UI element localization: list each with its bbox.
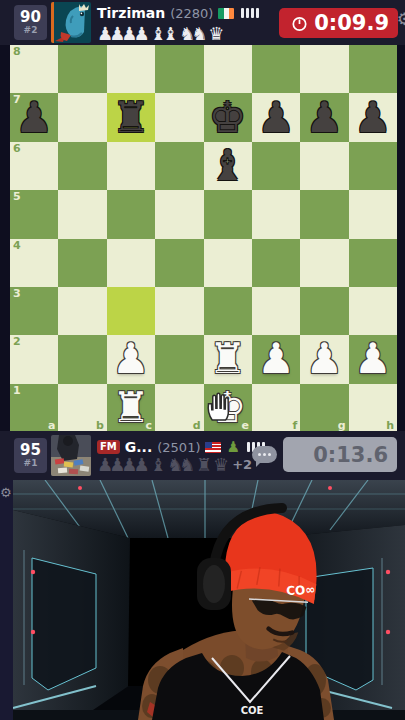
piece-wR-c1[interactable]: ♜ [112, 387, 150, 429]
top-player-rating: (2280) [170, 6, 213, 21]
top-player-clock: 0:09.9 [279, 8, 398, 38]
square-a3[interactable]: 3 [10, 287, 58, 335]
square-e5[interactable] [204, 190, 252, 238]
square-b7[interactable] [58, 93, 106, 141]
square-a4[interactable]: 4 [10, 239, 58, 287]
square-h3[interactable] [349, 287, 397, 335]
square-c2[interactable]: ♟ [107, 335, 155, 383]
piece-bP-f7[interactable]: ♟ [257, 97, 295, 139]
square-e3[interactable] [204, 287, 252, 335]
captured-pieces-by-white: ♟♟♟♟ ♝ ♞♞ ♜ ♛ [97, 454, 225, 475]
square-f6[interactable] [252, 142, 300, 190]
square-g1[interactable]: g [300, 384, 348, 432]
fish-avatar-image [51, 2, 91, 43]
square-f1[interactable]: f [252, 384, 300, 432]
bottom-player-name[interactable]: G... [125, 439, 152, 455]
file-label-a: a [48, 420, 55, 431]
square-a5[interactable]: 5 [10, 190, 58, 238]
square-c1[interactable]: c♜ [107, 384, 155, 432]
piece-wP-f2[interactable]: ♟ [257, 338, 295, 380]
usa-flag-icon [205, 442, 221, 453]
piece-bR-c7[interactable]: ♜ [112, 97, 150, 139]
bottom-player-avatar[interactable] [51, 435, 91, 476]
photo-avatar-image [51, 435, 91, 476]
square-h1[interactable]: h [349, 384, 397, 432]
pendant-text: COE [241, 705, 264, 716]
rank-label-3: 3 [13, 288, 21, 299]
square-c6[interactable] [107, 142, 155, 190]
rank-label-7: 7 [13, 94, 21, 105]
beanie-logo: CO∞ [286, 583, 316, 598]
piece-wR-e2[interactable]: ♜ [209, 338, 247, 380]
top-score: 90 [20, 10, 41, 25]
piece-bP-a7[interactable]: ♟ [15, 97, 53, 139]
top-score-box: 90 #2 [14, 5, 47, 40]
chess-board[interactable]: 87♟♜♚♟♟♟6♝5432♟♜♟♟♟1abc♜de♚fgh [10, 45, 397, 432]
file-label-e: e [241, 420, 248, 431]
piece-bK-e7[interactable]: ♚ [209, 97, 247, 139]
square-d6[interactable] [155, 142, 203, 190]
square-e8[interactable] [204, 45, 252, 93]
top-clock-time: 0:09.9 [314, 11, 389, 35]
bottom-rank: #1 [24, 459, 38, 468]
square-h7[interactable]: ♟ [349, 93, 397, 141]
square-e2[interactable]: ♜ [204, 335, 252, 383]
square-g3[interactable] [300, 287, 348, 335]
piece-bP-g7[interactable]: ♟ [306, 97, 344, 139]
bottom-player-clock: 0:13.6 [283, 437, 397, 472]
piece-wP-g2[interactable]: ♟ [306, 338, 344, 380]
ireland-flag-icon [218, 8, 234, 19]
square-g6[interactable] [300, 142, 348, 190]
bottom-player-bar: 95 #1 FM G... (2501) ♟ [0, 431, 405, 480]
square-f7[interactable]: ♟ [252, 93, 300, 141]
app-screen: 90 #2 Tirziman (2280) [0, 0, 405, 720]
file-label-d: d [193, 420, 201, 431]
bottom-clock-time: 0:13.6 [313, 443, 388, 467]
square-h2[interactable]: ♟ [349, 335, 397, 383]
low-time-icon [291, 15, 308, 32]
square-f3[interactable] [252, 287, 300, 335]
square-b8[interactable] [58, 45, 106, 93]
square-b4[interactable] [58, 239, 106, 287]
left-edge-strip [0, 480, 13, 720]
square-d5[interactable] [155, 190, 203, 238]
square-d2[interactable] [155, 335, 203, 383]
square-g8[interactable] [300, 45, 348, 93]
rank-label-2: 2 [13, 336, 21, 347]
rank-label-4: 4 [13, 240, 21, 251]
file-label-g: g [338, 420, 346, 431]
overlay-gear-icon: ⚙ [0, 485, 12, 500]
rank-label-5: 5 [13, 191, 21, 202]
file-label-f: f [292, 420, 297, 431]
square-g2[interactable]: ♟ [300, 335, 348, 383]
top-player-bar: 90 #2 Tirziman (2280) [0, 0, 405, 45]
top-player-name[interactable]: Tirziman [97, 5, 165, 21]
square-d7[interactable] [155, 93, 203, 141]
bottom-score: 95 [20, 443, 41, 458]
square-h8[interactable] [349, 45, 397, 93]
piece-bB-e6[interactable]: ♝ [209, 145, 247, 187]
green-pawn-status-icon: ♟ [226, 440, 239, 455]
rank-label-8: 8 [13, 46, 21, 57]
square-g7[interactable]: ♟ [300, 93, 348, 141]
top-rank: #2 [24, 26, 38, 35]
square-e6[interactable]: ♝ [204, 142, 252, 190]
square-a6[interactable]: 6 [10, 142, 58, 190]
square-e4[interactable] [204, 239, 252, 287]
rank-label-1: 1 [13, 385, 21, 396]
square-g4[interactable] [300, 239, 348, 287]
file-label-c: c [146, 420, 153, 431]
captured-pieces-by-black: ♟♟♟♟ ♝♝ ♞♞ ♛ [97, 25, 259, 43]
square-c3[interactable] [107, 287, 155, 335]
square-d1[interactable]: d [155, 384, 203, 432]
square-b6[interactable] [58, 142, 106, 190]
top-player-info: Tirziman (2280) ♟♟♟♟ ♝♝ ♞♞ ♛ [97, 4, 259, 43]
square-b5[interactable] [58, 190, 106, 238]
square-a2[interactable]: 2 [10, 335, 58, 383]
square-f2[interactable]: ♟ [252, 335, 300, 383]
square-d3[interactable] [155, 287, 203, 335]
square-c8[interactable] [107, 45, 155, 93]
square-c7[interactable]: ♜ [107, 93, 155, 141]
file-label-h: h [386, 420, 394, 431]
chat-bubble-icon[interactable] [252, 446, 277, 463]
fm-title-badge: FM [97, 440, 120, 454]
square-a8[interactable]: 8 [10, 45, 58, 93]
square-h5[interactable] [349, 190, 397, 238]
hand-grab-cursor [205, 392, 233, 422]
material-advantage: +2 [232, 457, 252, 472]
square-a1[interactable]: 1a [10, 384, 58, 432]
square-b2[interactable] [58, 335, 106, 383]
square-c5[interactable] [107, 190, 155, 238]
top-player-avatar[interactable] [51, 2, 91, 43]
piece-bP-h7[interactable]: ♟ [354, 97, 392, 139]
bottom-player-info: FM G... (2501) ♟ ♟♟♟♟ ♝ ♞♞ ♜ ♛+2 [97, 438, 265, 475]
square-b1[interactable]: b [58, 384, 106, 432]
rank-label-6: 6 [13, 143, 21, 154]
piece-wP-c2[interactable]: ♟ [112, 338, 150, 380]
settings-gear-icon[interactable]: ⚙ [397, 11, 405, 28]
square-d4[interactable] [155, 239, 203, 287]
square-h4[interactable] [349, 239, 397, 287]
square-g5[interactable] [300, 190, 348, 238]
square-f4[interactable] [252, 239, 300, 287]
square-d8[interactable] [155, 45, 203, 93]
piece-wP-h2[interactable]: ♟ [354, 338, 392, 380]
webcam-video: COE CO∞ [0, 480, 405, 720]
square-h6[interactable] [349, 142, 397, 190]
square-e7[interactable]: ♚ [204, 93, 252, 141]
square-c4[interactable] [107, 239, 155, 287]
square-f8[interactable] [252, 45, 300, 93]
square-b3[interactable] [58, 287, 106, 335]
bottom-player-rating: (2501) [157, 440, 200, 455]
square-a7[interactable]: 7♟ [10, 93, 58, 141]
bottom-score-box: 95 #1 [14, 438, 47, 473]
connection-bars-icon [241, 8, 259, 18]
file-label-b: b [96, 420, 104, 431]
square-f5[interactable] [252, 190, 300, 238]
